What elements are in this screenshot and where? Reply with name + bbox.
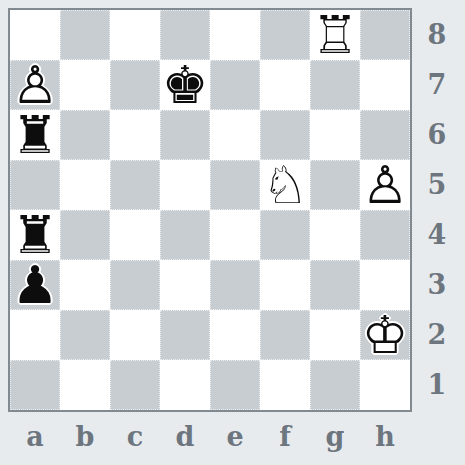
black-king-icon: ♚ xyxy=(160,60,210,110)
square-e7[interactable] xyxy=(210,60,260,110)
square-a7[interactable]: ♟♙ xyxy=(10,60,60,110)
file-label-g: g xyxy=(310,412,360,462)
square-c5[interactable] xyxy=(110,160,160,210)
square-e1[interactable] xyxy=(210,360,260,410)
piece-white-pawn-h5[interactable]: ♟♙ xyxy=(360,160,410,210)
square-e8[interactable] xyxy=(210,10,260,60)
file-label-e: e xyxy=(210,412,260,462)
piece-white-pawn-a7[interactable]: ♟♙ xyxy=(10,60,60,110)
square-c6[interactable] xyxy=(110,110,160,160)
file-labels: abcdefgh xyxy=(10,412,410,462)
white-rook-icon: ♖ xyxy=(310,10,360,60)
square-a6[interactable]: ♜ xyxy=(10,110,60,160)
square-c2[interactable] xyxy=(110,310,160,360)
square-d7[interactable]: ♚ xyxy=(160,60,210,110)
rank-label-1: 1 xyxy=(412,360,462,410)
file-label-h: h xyxy=(360,412,410,462)
square-f7[interactable] xyxy=(260,60,310,110)
piece-white-knight-f5[interactable]: ♞♘ xyxy=(260,160,310,210)
rank-labels: 87654321 xyxy=(412,10,462,410)
square-b2[interactable] xyxy=(60,310,110,360)
square-g5[interactable] xyxy=(310,160,360,210)
square-f6[interactable] xyxy=(260,110,310,160)
square-a2[interactable] xyxy=(10,310,60,360)
rank-label-5: 5 xyxy=(412,160,462,210)
square-d8[interactable] xyxy=(160,10,210,60)
square-h4[interactable] xyxy=(360,210,410,260)
square-c4[interactable] xyxy=(110,210,160,260)
file-label-f: f xyxy=(260,412,310,462)
square-a4[interactable]: ♜ xyxy=(10,210,60,260)
square-d3[interactable] xyxy=(160,260,210,310)
square-g2[interactable] xyxy=(310,310,360,360)
black-rook-icon: ♜ xyxy=(10,110,60,160)
white-pawn-icon: ♙ xyxy=(10,60,60,110)
square-b4[interactable] xyxy=(60,210,110,260)
square-b3[interactable] xyxy=(60,260,110,310)
chess-board: ♜♖♟♙♚♜♞♘♟♙♜♟♚♔ xyxy=(8,8,412,412)
square-b7[interactable] xyxy=(60,60,110,110)
rank-label-4: 4 xyxy=(412,210,462,260)
square-h6[interactable] xyxy=(360,110,410,160)
piece-black-rook-a6[interactable]: ♜ xyxy=(10,110,60,160)
square-h5[interactable]: ♟♙ xyxy=(360,160,410,210)
rank-label-2: 2 xyxy=(412,310,462,360)
square-e5[interactable] xyxy=(210,160,260,210)
square-h7[interactable] xyxy=(360,60,410,110)
square-a5[interactable] xyxy=(10,160,60,210)
square-b8[interactable] xyxy=(60,10,110,60)
square-f1[interactable] xyxy=(260,360,310,410)
piece-white-rook-g8[interactable]: ♜♖ xyxy=(310,10,360,60)
black-pawn-icon: ♟ xyxy=(10,260,60,310)
square-b5[interactable] xyxy=(60,160,110,210)
white-king-icon: ♔ xyxy=(360,310,410,360)
rank-label-8: 8 xyxy=(412,10,462,60)
square-h3[interactable] xyxy=(360,260,410,310)
square-f4[interactable] xyxy=(260,210,310,260)
square-b6[interactable] xyxy=(60,110,110,160)
black-rook-icon: ♜ xyxy=(10,210,60,260)
square-f2[interactable] xyxy=(260,310,310,360)
square-e3[interactable] xyxy=(210,260,260,310)
square-g6[interactable] xyxy=(310,110,360,160)
square-h1[interactable] xyxy=(360,360,410,410)
rank-label-6: 6 xyxy=(412,110,462,160)
file-label-a: a xyxy=(10,412,60,462)
square-a1[interactable] xyxy=(10,360,60,410)
square-c8[interactable] xyxy=(110,10,160,60)
square-f8[interactable] xyxy=(260,10,310,60)
chess-diagram: ♜♖♟♙♚♜♞♘♟♙♜♟♚♔ abcdefgh 87654321 xyxy=(0,0,465,465)
file-label-b: b xyxy=(60,412,110,462)
piece-white-king-h2[interactable]: ♚♔ xyxy=(360,310,410,360)
square-c1[interactable] xyxy=(110,360,160,410)
square-a8[interactable] xyxy=(10,10,60,60)
piece-black-king-d7[interactable]: ♚ xyxy=(160,60,210,110)
square-d2[interactable] xyxy=(160,310,210,360)
square-d6[interactable] xyxy=(160,110,210,160)
rank-label-7: 7 xyxy=(412,60,462,110)
square-a3[interactable]: ♟ xyxy=(10,260,60,310)
square-h2[interactable]: ♚♔ xyxy=(360,310,410,360)
square-f3[interactable] xyxy=(260,260,310,310)
square-c7[interactable] xyxy=(110,60,160,110)
square-b1[interactable] xyxy=(60,360,110,410)
rank-label-3: 3 xyxy=(412,260,462,310)
white-knight-icon: ♘ xyxy=(260,160,310,210)
square-d4[interactable] xyxy=(160,210,210,260)
square-e6[interactable] xyxy=(210,110,260,160)
square-c3[interactable] xyxy=(110,260,160,310)
square-e2[interactable] xyxy=(210,310,260,360)
square-g4[interactable] xyxy=(310,210,360,260)
square-g7[interactable] xyxy=(310,60,360,110)
piece-black-rook-a4[interactable]: ♜ xyxy=(10,210,60,260)
square-g1[interactable] xyxy=(310,360,360,410)
file-label-d: d xyxy=(160,412,210,462)
square-e4[interactable] xyxy=(210,210,260,260)
square-h8[interactable] xyxy=(360,10,410,60)
square-d1[interactable] xyxy=(160,360,210,410)
file-label-c: c xyxy=(110,412,160,462)
square-f5[interactable]: ♞♘ xyxy=(260,160,310,210)
piece-black-pawn-a3[interactable]: ♟ xyxy=(10,260,60,310)
square-g8[interactable]: ♜♖ xyxy=(310,10,360,60)
white-pawn-icon: ♙ xyxy=(360,160,410,210)
square-g3[interactable] xyxy=(310,260,360,310)
square-d5[interactable] xyxy=(160,160,210,210)
